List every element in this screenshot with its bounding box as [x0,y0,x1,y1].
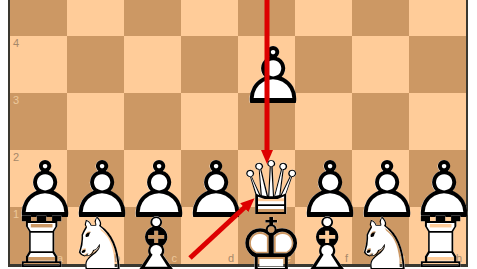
piece-white-pawn-e4[interactable]: ♟♙ [238,36,295,93]
square-c2[interactable]: ♟♙ [124,150,181,207]
square-d5[interactable] [181,0,238,36]
square-c1[interactable]: c♝♗ [124,207,181,264]
square-e2[interactable]: ♛♕ [238,150,295,207]
square-g5[interactable] [352,0,409,36]
square-c3[interactable] [124,93,181,150]
square-b2[interactable]: ♟♙ [67,150,124,207]
square-g4[interactable] [352,36,409,93]
white-bishop-outline-glyph: ♗ [295,208,360,269]
square-e1[interactable]: e♚♔ [238,207,295,264]
piece-white-pawn-g2[interactable]: ♟♙ [352,150,409,207]
white-knight-outline-glyph: ♘ [67,208,132,269]
screenshot-root: 4♟♙32♟♙♟♙♟♙♟♙♛♕♟♙♟♙♟♙1a♜♖b♞♘c♝♗de♚♔f♝♗g♞… [0,0,477,269]
piece-white-rook-a1[interactable]: ♜♖ [10,207,67,264]
piece-white-rook-h1[interactable]: ♜♖ [409,207,466,264]
square-b1[interactable]: b♞♘ [67,207,124,264]
square-a3[interactable]: 3 [10,93,67,150]
white-rook-outline-glyph: ♖ [409,208,472,269]
square-h1[interactable]: h♜♖ [409,207,466,264]
piece-white-knight-g1[interactable]: ♞♘ [352,207,409,264]
piece-white-pawn-f2[interactable]: ♟♙ [295,150,352,207]
rank-label-3: 3 [13,94,19,106]
square-c5[interactable] [124,0,181,36]
piece-white-pawn-b2[interactable]: ♟♙ [67,150,124,207]
square-g1[interactable]: g♞♘ [352,207,409,264]
square-g2[interactable]: ♟♙ [352,150,409,207]
piece-white-pawn-c2[interactable]: ♟♙ [124,150,181,207]
piece-white-pawn-d2[interactable]: ♟♙ [181,150,238,207]
square-a2[interactable]: 2♟♙ [10,150,67,207]
piece-white-bishop-f1[interactable]: ♝♗ [295,207,352,264]
piece-white-pawn-a2[interactable]: ♟♙ [10,150,67,207]
square-f1[interactable]: f♝♗ [295,207,352,264]
white-bishop-outline-glyph: ♗ [124,208,189,269]
square-b4[interactable] [67,36,124,93]
square-h5[interactable] [409,0,466,36]
square-a4[interactable]: 4 [10,36,67,93]
white-pawn-outline-glyph: ♙ [238,37,308,115]
square-h3[interactable] [409,93,466,150]
white-knight-outline-glyph: ♘ [352,208,417,269]
square-d4[interactable] [181,36,238,93]
chess-board: 4♟♙32♟♙♟♙♟♙♟♙♛♕♟♙♟♙♟♙1a♜♖b♞♘c♝♗de♚♔f♝♗g♞… [8,0,468,267]
piece-white-bishop-c1[interactable]: ♝♗ [124,207,181,264]
square-g3[interactable] [352,93,409,150]
square-a5[interactable] [10,0,67,36]
square-f2[interactable]: ♟♙ [295,150,352,207]
square-b5[interactable] [67,0,124,36]
square-a1[interactable]: 1a♜♖ [10,207,67,264]
chess-board-grid: 4♟♙32♟♙♟♙♟♙♟♙♛♕♟♙♟♙♟♙1a♜♖b♞♘c♝♗de♚♔f♝♗g♞… [10,0,466,264]
square-d3[interactable] [181,93,238,150]
file-label-d: d [228,252,234,264]
piece-white-pawn-h2[interactable]: ♟♙ [409,150,466,207]
square-c4[interactable] [124,36,181,93]
piece-white-king-e1[interactable]: ♚♔ [238,207,295,264]
square-d2[interactable]: ♟♙ [181,150,238,207]
square-h2[interactable]: ♟♙ [409,150,466,207]
rank-label-4: 4 [13,37,19,49]
square-h4[interactable] [409,36,466,93]
piece-white-knight-b1[interactable]: ♞♘ [67,207,124,264]
white-rook-outline-glyph: ♖ [10,208,73,269]
piece-white-queen-e2[interactable]: ♛♕ [238,150,295,207]
square-e4[interactable]: ♟♙ [238,36,295,93]
square-b3[interactable] [67,93,124,150]
